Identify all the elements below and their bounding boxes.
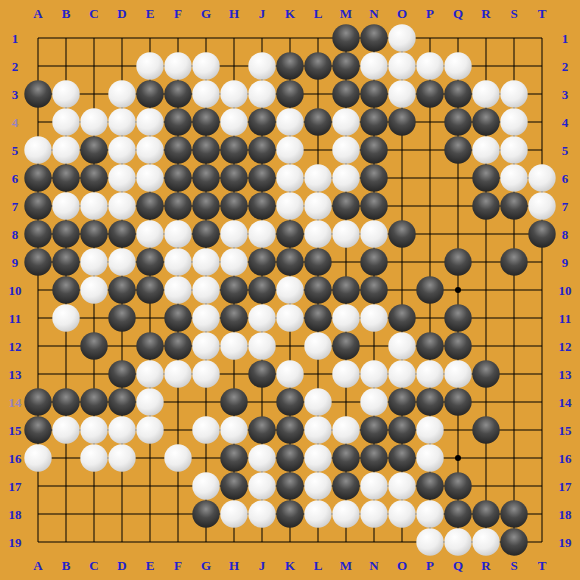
stone-white-C16 <box>80 444 107 471</box>
stone-white-F2 <box>164 52 191 79</box>
stone-black-G7 <box>192 192 219 219</box>
stone-white-E5 <box>136 136 163 163</box>
stone-black-Q18 <box>444 500 471 527</box>
stone-white-P2 <box>416 52 443 79</box>
stone-black-H10 <box>220 276 247 303</box>
stone-black-S18 <box>500 500 527 527</box>
stone-black-A14 <box>24 388 51 415</box>
stone-white-Q19 <box>444 528 471 555</box>
row-label-right: 15 <box>559 423 573 438</box>
stone-black-D10 <box>108 276 135 303</box>
stone-black-C6 <box>80 164 107 191</box>
stone-black-J4 <box>248 108 275 135</box>
stone-black-H11 <box>220 304 247 331</box>
row-label-right: 7 <box>562 199 569 214</box>
stone-black-O15 <box>388 416 415 443</box>
stone-white-O3 <box>388 80 415 107</box>
stone-black-R13 <box>472 360 499 387</box>
stone-white-C10 <box>80 276 107 303</box>
stone-white-G15 <box>192 416 219 443</box>
row-label-right: 12 <box>559 339 572 354</box>
stone-white-J16 <box>248 444 275 471</box>
stone-white-K13 <box>276 360 303 387</box>
column-label-bottom: O <box>397 558 407 573</box>
stone-white-H9 <box>220 248 247 275</box>
stone-black-S9 <box>500 248 527 275</box>
stone-black-Q5 <box>444 136 471 163</box>
row-label-left: 2 <box>12 59 19 74</box>
column-label-bottom: K <box>285 558 296 573</box>
stone-black-O8 <box>388 220 415 247</box>
stone-white-H18 <box>220 500 247 527</box>
stone-white-N18 <box>360 500 387 527</box>
row-label-left: 6 <box>12 171 19 186</box>
stone-white-E6 <box>136 164 163 191</box>
stone-white-G2 <box>192 52 219 79</box>
stone-black-F7 <box>164 192 191 219</box>
stone-white-N14 <box>360 388 387 415</box>
stone-white-L18 <box>304 500 331 527</box>
row-label-left: 4 <box>12 115 19 130</box>
stone-white-L14 <box>304 388 331 415</box>
row-label-left: 5 <box>12 143 19 158</box>
stone-black-E12 <box>136 332 163 359</box>
stone-white-J3 <box>248 80 275 107</box>
stone-black-F4 <box>164 108 191 135</box>
column-label-top: P <box>426 6 434 21</box>
stone-black-L10 <box>304 276 331 303</box>
column-label-bottom: E <box>146 558 155 573</box>
stone-white-G13 <box>192 360 219 387</box>
row-label-right: 18 <box>559 507 573 522</box>
stone-white-S4 <box>500 108 527 135</box>
stone-black-M12 <box>332 332 359 359</box>
stone-black-A15 <box>24 416 51 443</box>
column-label-top: B <box>62 6 71 21</box>
row-label-right: 9 <box>562 255 569 270</box>
stone-black-R6 <box>472 164 499 191</box>
stone-white-K10 <box>276 276 303 303</box>
stone-white-N11 <box>360 304 387 331</box>
stone-white-K5 <box>276 136 303 163</box>
stone-black-E7 <box>136 192 163 219</box>
row-label-right: 4 <box>562 115 569 130</box>
column-label-bottom: Q <box>453 558 463 573</box>
row-label-left: 1 <box>12 31 19 46</box>
stone-white-D4 <box>108 108 135 135</box>
column-label-bottom: D <box>117 558 126 573</box>
stone-white-F9 <box>164 248 191 275</box>
stone-black-S19 <box>500 528 527 555</box>
stone-white-B15 <box>52 416 79 443</box>
column-label-top: S <box>510 6 517 21</box>
column-label-bottom: S <box>510 558 517 573</box>
stone-white-E8 <box>136 220 163 247</box>
row-label-right: 14 <box>559 395 573 410</box>
stone-black-C8 <box>80 220 107 247</box>
column-label-top: T <box>538 6 547 21</box>
stone-white-J11 <box>248 304 275 331</box>
stone-white-N13 <box>360 360 387 387</box>
stone-white-D16 <box>108 444 135 471</box>
stone-white-E15 <box>136 416 163 443</box>
stone-black-E10 <box>136 276 163 303</box>
stone-white-H4 <box>220 108 247 135</box>
row-label-left: 15 <box>9 423 23 438</box>
row-label-left: 14 <box>9 395 23 410</box>
column-label-bottom: G <box>201 558 211 573</box>
stone-black-N7 <box>360 192 387 219</box>
stone-black-G6 <box>192 164 219 191</box>
column-label-top: C <box>89 6 98 21</box>
row-label-right: 13 <box>559 367 573 382</box>
column-label-top: M <box>340 6 352 21</box>
stone-black-Q14 <box>444 388 471 415</box>
stone-black-C5 <box>80 136 107 163</box>
stone-black-J6 <box>248 164 275 191</box>
row-label-right: 8 <box>562 227 569 242</box>
stone-white-F16 <box>164 444 191 471</box>
stone-white-M8 <box>332 220 359 247</box>
row-label-left: 11 <box>9 311 21 326</box>
stone-black-H6 <box>220 164 247 191</box>
column-label-top: D <box>117 6 126 21</box>
stone-white-G9 <box>192 248 219 275</box>
stone-black-F6 <box>164 164 191 191</box>
stone-white-S6 <box>500 164 527 191</box>
stone-black-L4 <box>304 108 331 135</box>
column-label-top: F <box>174 6 182 21</box>
stone-black-M10 <box>332 276 359 303</box>
stone-black-S7 <box>500 192 527 219</box>
row-label-left: 19 <box>9 535 23 550</box>
stone-white-E2 <box>136 52 163 79</box>
stone-black-K9 <box>276 248 303 275</box>
stone-white-S5 <box>500 136 527 163</box>
stone-white-E13 <box>136 360 163 387</box>
row-label-right: 19 <box>559 535 573 550</box>
stone-black-P10 <box>416 276 443 303</box>
stone-white-M15 <box>332 416 359 443</box>
row-label-left: 18 <box>9 507 23 522</box>
stone-black-K2 <box>276 52 303 79</box>
go-board-screenshot: AA11BB22CC33DD44EE55FF66GG77HH88JJ99KK10… <box>0 0 580 580</box>
stone-black-Q3 <box>444 80 471 107</box>
stone-black-C14 <box>80 388 107 415</box>
stone-white-C9 <box>80 248 107 275</box>
stone-black-R18 <box>472 500 499 527</box>
stone-white-H12 <box>220 332 247 359</box>
stone-black-R7 <box>472 192 499 219</box>
stone-white-J8 <box>248 220 275 247</box>
stone-white-M11 <box>332 304 359 331</box>
stone-white-G10 <box>192 276 219 303</box>
column-label-top: R <box>481 6 491 21</box>
stone-white-R19 <box>472 528 499 555</box>
stone-white-N8 <box>360 220 387 247</box>
stone-black-A7 <box>24 192 51 219</box>
stone-white-O2 <box>388 52 415 79</box>
stone-white-L16 <box>304 444 331 471</box>
stone-black-F12 <box>164 332 191 359</box>
stone-black-O11 <box>388 304 415 331</box>
row-label-right: 3 <box>562 87 569 102</box>
stone-white-L8 <box>304 220 331 247</box>
column-label-bottom: C <box>89 558 98 573</box>
stone-black-B10 <box>52 276 79 303</box>
stone-black-Q11 <box>444 304 471 331</box>
stone-white-T6 <box>528 164 555 191</box>
stone-black-K17 <box>276 472 303 499</box>
stone-white-H3 <box>220 80 247 107</box>
stone-white-G12 <box>192 332 219 359</box>
stone-white-O17 <box>388 472 415 499</box>
column-label-bottom: M <box>340 558 352 573</box>
stone-white-K11 <box>276 304 303 331</box>
stone-white-B7 <box>52 192 79 219</box>
stone-black-D11 <box>108 304 135 331</box>
stone-black-N15 <box>360 416 387 443</box>
column-label-top: L <box>314 6 323 21</box>
stone-white-P18 <box>416 500 443 527</box>
stone-black-O4 <box>388 108 415 135</box>
stone-black-H5 <box>220 136 247 163</box>
stone-white-A5 <box>24 136 51 163</box>
stone-black-P14 <box>416 388 443 415</box>
stone-white-D3 <box>108 80 135 107</box>
stone-black-J13 <box>248 360 275 387</box>
column-label-bottom: J <box>259 558 266 573</box>
stone-white-L12 <box>304 332 331 359</box>
stone-white-K4 <box>276 108 303 135</box>
row-label-right: 16 <box>559 451 573 466</box>
stone-white-J17 <box>248 472 275 499</box>
stone-black-F5 <box>164 136 191 163</box>
stone-white-J12 <box>248 332 275 359</box>
stone-white-L7 <box>304 192 331 219</box>
stone-white-H15 <box>220 416 247 443</box>
stone-black-P17 <box>416 472 443 499</box>
row-label-right: 2 <box>562 59 569 74</box>
column-label-top: K <box>285 6 296 21</box>
star-point <box>455 287 461 293</box>
column-label-top: J <box>259 6 266 21</box>
stone-black-J10 <box>248 276 275 303</box>
stone-black-R4 <box>472 108 499 135</box>
stone-black-M16 <box>332 444 359 471</box>
go-board[interactable]: AA11BB22CC33DD44EE55FF66GG77HH88JJ99KK10… <box>0 0 580 580</box>
stone-white-H8 <box>220 220 247 247</box>
stone-white-C15 <box>80 416 107 443</box>
stone-white-F10 <box>164 276 191 303</box>
row-label-left: 17 <box>9 479 23 494</box>
stone-black-H16 <box>220 444 247 471</box>
stone-black-L9 <box>304 248 331 275</box>
row-label-left: 16 <box>9 451 23 466</box>
stone-white-K7 <box>276 192 303 219</box>
stone-black-P3 <box>416 80 443 107</box>
stone-black-D8 <box>108 220 135 247</box>
stone-white-E4 <box>136 108 163 135</box>
stone-white-O13 <box>388 360 415 387</box>
column-label-top: G <box>201 6 211 21</box>
stone-black-F11 <box>164 304 191 331</box>
stone-white-D6 <box>108 164 135 191</box>
stone-white-M6 <box>332 164 359 191</box>
stone-black-J7 <box>248 192 275 219</box>
stone-black-J9 <box>248 248 275 275</box>
stone-white-J2 <box>248 52 275 79</box>
stone-black-H7 <box>220 192 247 219</box>
stone-black-N9 <box>360 248 387 275</box>
stone-white-G3 <box>192 80 219 107</box>
stone-white-D9 <box>108 248 135 275</box>
stone-black-K15 <box>276 416 303 443</box>
stone-white-R5 <box>472 136 499 163</box>
stone-white-K6 <box>276 164 303 191</box>
stone-white-O1 <box>388 24 415 51</box>
stone-black-R15 <box>472 416 499 443</box>
column-label-bottom: B <box>62 558 71 573</box>
stone-black-A6 <box>24 164 51 191</box>
stone-black-L2 <box>304 52 331 79</box>
stone-white-P19 <box>416 528 443 555</box>
stone-white-P13 <box>416 360 443 387</box>
stone-white-M4 <box>332 108 359 135</box>
stone-black-J5 <box>248 136 275 163</box>
row-label-right: 6 <box>562 171 569 186</box>
column-label-bottom: A <box>33 558 43 573</box>
stone-black-M2 <box>332 52 359 79</box>
stone-white-P15 <box>416 416 443 443</box>
column-label-bottom: L <box>314 558 323 573</box>
stone-white-B11 <box>52 304 79 331</box>
stone-white-B5 <box>52 136 79 163</box>
stone-black-G5 <box>192 136 219 163</box>
stone-white-J18 <box>248 500 275 527</box>
stone-black-K14 <box>276 388 303 415</box>
stone-black-H14 <box>220 388 247 415</box>
column-label-top: A <box>33 6 43 21</box>
stone-black-H17 <box>220 472 247 499</box>
stone-white-N17 <box>360 472 387 499</box>
column-label-bottom: N <box>369 558 379 573</box>
stone-white-M13 <box>332 360 359 387</box>
stone-black-G18 <box>192 500 219 527</box>
stone-black-Q17 <box>444 472 471 499</box>
stone-black-J15 <box>248 416 275 443</box>
stone-white-A16 <box>24 444 51 471</box>
row-label-left: 3 <box>12 87 19 102</box>
stone-black-E9 <box>136 248 163 275</box>
stone-white-C7 <box>80 192 107 219</box>
row-label-left: 7 <box>12 199 19 214</box>
stone-white-L6 <box>304 164 331 191</box>
column-label-top: Q <box>453 6 463 21</box>
row-label-right: 10 <box>559 283 572 298</box>
stone-black-B9 <box>52 248 79 275</box>
stone-black-G4 <box>192 108 219 135</box>
stone-black-D13 <box>108 360 135 387</box>
stone-black-M17 <box>332 472 359 499</box>
stone-black-N5 <box>360 136 387 163</box>
stone-black-E3 <box>136 80 163 107</box>
stone-white-B4 <box>52 108 79 135</box>
stone-white-T7 <box>528 192 555 219</box>
stone-black-N4 <box>360 108 387 135</box>
stone-white-G17 <box>192 472 219 499</box>
stone-white-O18 <box>388 500 415 527</box>
stone-white-C4 <box>80 108 107 135</box>
stone-black-L11 <box>304 304 331 331</box>
stone-black-N3 <box>360 80 387 107</box>
column-label-bottom: H <box>229 558 239 573</box>
stone-black-Q12 <box>444 332 471 359</box>
stone-black-K16 <box>276 444 303 471</box>
row-label-left: 12 <box>9 339 22 354</box>
stone-white-L17 <box>304 472 331 499</box>
stone-white-D15 <box>108 416 135 443</box>
stone-black-T8 <box>528 220 555 247</box>
stone-black-B8 <box>52 220 79 247</box>
stone-black-O16 <box>388 444 415 471</box>
row-label-left: 10 <box>9 283 22 298</box>
row-label-right: 17 <box>559 479 573 494</box>
stone-black-A8 <box>24 220 51 247</box>
column-label-bottom: P <box>426 558 434 573</box>
stone-white-N2 <box>360 52 387 79</box>
stone-white-Q13 <box>444 360 471 387</box>
row-label-right: 11 <box>559 311 571 326</box>
stone-black-O14 <box>388 388 415 415</box>
stone-black-K8 <box>276 220 303 247</box>
column-label-top: N <box>369 6 379 21</box>
stone-white-G11 <box>192 304 219 331</box>
stone-black-G8 <box>192 220 219 247</box>
column-label-top: H <box>229 6 239 21</box>
stone-black-K18 <box>276 500 303 527</box>
column-label-bottom: T <box>538 558 547 573</box>
stone-black-P12 <box>416 332 443 359</box>
stone-white-R3 <box>472 80 499 107</box>
stone-black-Q4 <box>444 108 471 135</box>
stone-black-M7 <box>332 192 359 219</box>
stone-black-B14 <box>52 388 79 415</box>
stone-white-O12 <box>388 332 415 359</box>
stone-black-F3 <box>164 80 191 107</box>
stone-black-M1 <box>332 24 359 51</box>
stone-white-M5 <box>332 136 359 163</box>
stone-white-E14 <box>136 388 163 415</box>
stone-white-S3 <box>500 80 527 107</box>
stone-black-B6 <box>52 164 79 191</box>
column-label-bottom: F <box>174 558 182 573</box>
stone-white-L15 <box>304 416 331 443</box>
column-label-bottom: R <box>481 558 491 573</box>
stone-black-N16 <box>360 444 387 471</box>
row-label-left: 13 <box>9 367 23 382</box>
stone-black-C12 <box>80 332 107 359</box>
stone-black-M3 <box>332 80 359 107</box>
column-label-top: E <box>146 6 155 21</box>
stone-black-D14 <box>108 388 135 415</box>
stone-black-A9 <box>24 248 51 275</box>
stone-white-D5 <box>108 136 135 163</box>
stone-white-D7 <box>108 192 135 219</box>
stone-black-Q9 <box>444 248 471 275</box>
stone-black-N10 <box>360 276 387 303</box>
stone-white-P16 <box>416 444 443 471</box>
